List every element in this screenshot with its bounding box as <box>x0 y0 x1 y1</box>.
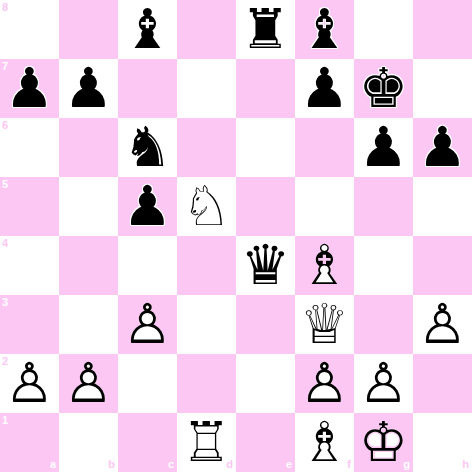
piece-black-pawn[interactable]: ♟ <box>0 59 59 118</box>
square-b7[interactable]: ♟ <box>59 59 118 118</box>
piece-outline-glyph: ♗ <box>295 413 354 472</box>
square-f1[interactable]: f♝♗ <box>295 413 354 472</box>
piece-glyph: ♚ <box>354 59 413 118</box>
piece-glyph: ♟ <box>354 118 413 177</box>
rank-label: 4 <box>2 238 8 249</box>
square-e5[interactable] <box>236 177 295 236</box>
square-g1[interactable]: g♚♔ <box>354 413 413 472</box>
square-g5[interactable] <box>354 177 413 236</box>
piece-black-pawn[interactable]: ♟ <box>413 118 472 177</box>
square-d3[interactable] <box>177 295 236 354</box>
square-c1[interactable]: c <box>118 413 177 472</box>
piece-fill-glyph: ♜ <box>177 413 236 472</box>
piece-fill-glyph: ♝ <box>295 236 354 295</box>
piece-outline-glyph: ♕ <box>295 295 354 354</box>
piece-outline-glyph: ♗ <box>295 236 354 295</box>
piece-black-queen[interactable]: ♛ <box>236 236 295 295</box>
square-b1[interactable]: b <box>59 413 118 472</box>
square-g4[interactable] <box>354 236 413 295</box>
piece-glyph: ♟ <box>0 59 59 118</box>
piece-outline-glyph: ♙ <box>354 354 413 413</box>
piece-black-pawn[interactable]: ♟ <box>59 59 118 118</box>
rank-label: 1 <box>2 415 8 426</box>
piece-white-queen[interactable]: ♛♕ <box>295 295 354 354</box>
square-f3[interactable]: ♛♕ <box>295 295 354 354</box>
square-h4[interactable] <box>413 236 472 295</box>
rank-label: 8 <box>2 2 8 13</box>
square-d2[interactable] <box>177 354 236 413</box>
square-d6[interactable] <box>177 118 236 177</box>
square-b3[interactable] <box>59 295 118 354</box>
piece-glyph: ♞ <box>118 118 177 177</box>
square-e7[interactable] <box>236 59 295 118</box>
rank-label: 3 <box>2 297 8 308</box>
square-d5[interactable]: ♞♘ <box>177 177 236 236</box>
piece-fill-glyph: ♟ <box>354 354 413 413</box>
piece-black-pawn[interactable]: ♟ <box>295 59 354 118</box>
piece-white-pawn[interactable]: ♟♙ <box>354 354 413 413</box>
square-a4[interactable]: 4 <box>0 236 59 295</box>
piece-black-bishop[interactable]: ♝ <box>118 0 177 59</box>
file-label: c <box>168 459 174 470</box>
piece-black-pawn[interactable]: ♟ <box>354 118 413 177</box>
piece-outline-glyph: ♙ <box>118 295 177 354</box>
file-label: a <box>50 459 56 470</box>
square-g7[interactable]: ♚ <box>354 59 413 118</box>
square-c8[interactable]: ♝ <box>118 0 177 59</box>
square-e8[interactable]: ♜ <box>236 0 295 59</box>
square-d1[interactable]: d♜♖ <box>177 413 236 472</box>
square-b2[interactable]: ♟♙ <box>59 354 118 413</box>
piece-black-rook[interactable]: ♜ <box>236 0 295 59</box>
piece-fill-glyph: ♞ <box>177 177 236 236</box>
file-label: h <box>462 459 469 470</box>
square-b5[interactable] <box>59 177 118 236</box>
square-b6[interactable] <box>59 118 118 177</box>
piece-black-king[interactable]: ♚ <box>354 59 413 118</box>
piece-fill-glyph: ♚ <box>354 413 413 472</box>
square-c4[interactable] <box>118 236 177 295</box>
square-h6[interactable]: ♟ <box>413 118 472 177</box>
piece-white-pawn[interactable]: ♟♙ <box>413 295 472 354</box>
piece-glyph: ♟ <box>118 177 177 236</box>
piece-fill-glyph: ♟ <box>295 354 354 413</box>
piece-fill-glyph: ♟ <box>413 295 472 354</box>
piece-white-pawn[interactable]: ♟♙ <box>295 354 354 413</box>
piece-white-pawn[interactable]: ♟♙ <box>0 354 59 413</box>
piece-glyph: ♟ <box>59 59 118 118</box>
square-h1[interactable]: h <box>413 413 472 472</box>
square-h2[interactable] <box>413 354 472 413</box>
piece-white-bishop[interactable]: ♝♗ <box>295 413 354 472</box>
square-a5[interactable]: 5 <box>0 177 59 236</box>
square-f5[interactable] <box>295 177 354 236</box>
square-f4[interactable]: ♝♗ <box>295 236 354 295</box>
square-f8[interactable]: ♝ <box>295 0 354 59</box>
square-b4[interactable] <box>59 236 118 295</box>
square-h8[interactable] <box>413 0 472 59</box>
square-g3[interactable] <box>354 295 413 354</box>
rank-label: 5 <box>2 179 8 190</box>
piece-white-king[interactable]: ♚♔ <box>354 413 413 472</box>
square-c2[interactable] <box>118 354 177 413</box>
file-label: e <box>286 459 292 470</box>
piece-glyph: ♝ <box>118 0 177 59</box>
piece-fill-glyph: ♟ <box>59 354 118 413</box>
piece-glyph: ♟ <box>413 118 472 177</box>
square-e1[interactable]: e <box>236 413 295 472</box>
piece-glyph: ♛ <box>236 236 295 295</box>
piece-white-knight[interactable]: ♞♘ <box>177 177 236 236</box>
file-label: b <box>108 459 115 470</box>
piece-white-rook[interactable]: ♜♖ <box>177 413 236 472</box>
piece-fill-glyph: ♟ <box>118 295 177 354</box>
square-e2[interactable] <box>236 354 295 413</box>
piece-white-bishop[interactable]: ♝♗ <box>295 236 354 295</box>
piece-outline-glyph: ♘ <box>177 177 236 236</box>
square-d7[interactable] <box>177 59 236 118</box>
piece-outline-glyph: ♔ <box>354 413 413 472</box>
square-f7[interactable]: ♟ <box>295 59 354 118</box>
piece-fill-glyph: ♟ <box>0 354 59 413</box>
piece-fill-glyph: ♛ <box>295 295 354 354</box>
square-c5[interactable]: ♟ <box>118 177 177 236</box>
piece-outline-glyph: ♙ <box>413 295 472 354</box>
square-f6[interactable] <box>295 118 354 177</box>
square-c3[interactable]: ♟♙ <box>118 295 177 354</box>
piece-black-bishop[interactable]: ♝ <box>295 0 354 59</box>
square-a1[interactable]: 1a <box>0 413 59 472</box>
rank-label: 6 <box>2 120 8 131</box>
square-a7[interactable]: 7♟ <box>0 59 59 118</box>
square-h7[interactable] <box>413 59 472 118</box>
square-e4[interactable]: ♛ <box>236 236 295 295</box>
piece-outline-glyph: ♙ <box>0 354 59 413</box>
piece-black-pawn[interactable]: ♟ <box>118 177 177 236</box>
piece-outline-glyph: ♙ <box>295 354 354 413</box>
piece-outline-glyph: ♙ <box>59 354 118 413</box>
piece-outline-glyph: ♖ <box>177 413 236 472</box>
square-a3[interactable]: 3 <box>0 295 59 354</box>
piece-fill-glyph: ♝ <box>295 413 354 472</box>
square-a6[interactable]: 6 <box>0 118 59 177</box>
piece-glyph: ♝ <box>295 0 354 59</box>
square-h3[interactable]: ♟♙ <box>413 295 472 354</box>
square-d4[interactable] <box>177 236 236 295</box>
square-c6[interactable]: ♞ <box>118 118 177 177</box>
square-c7[interactable] <box>118 59 177 118</box>
square-b8[interactable] <box>59 0 118 59</box>
square-e3[interactable] <box>236 295 295 354</box>
square-h5[interactable] <box>413 177 472 236</box>
square-a8[interactable]: 8 <box>0 0 59 59</box>
square-d8[interactable] <box>177 0 236 59</box>
piece-white-pawn[interactable]: ♟♙ <box>59 354 118 413</box>
square-g6[interactable]: ♟ <box>354 118 413 177</box>
square-g2[interactable]: ♟♙ <box>354 354 413 413</box>
piece-black-knight[interactable]: ♞ <box>118 118 177 177</box>
piece-white-pawn[interactable]: ♟♙ <box>118 295 177 354</box>
square-e6[interactable] <box>236 118 295 177</box>
square-f2[interactable]: ♟♙ <box>295 354 354 413</box>
chess-board: 8♝♜♝7♟♟♟♚6♞♟♟5♟♞♘4♛♝♗3♟♙♛♕♟♙2♟♙♟♙♟♙♟♙1ab… <box>0 0 472 472</box>
square-g8[interactable] <box>354 0 413 59</box>
piece-glyph: ♟ <box>295 59 354 118</box>
piece-glyph: ♜ <box>236 0 295 59</box>
square-a2[interactable]: 2♟♙ <box>0 354 59 413</box>
